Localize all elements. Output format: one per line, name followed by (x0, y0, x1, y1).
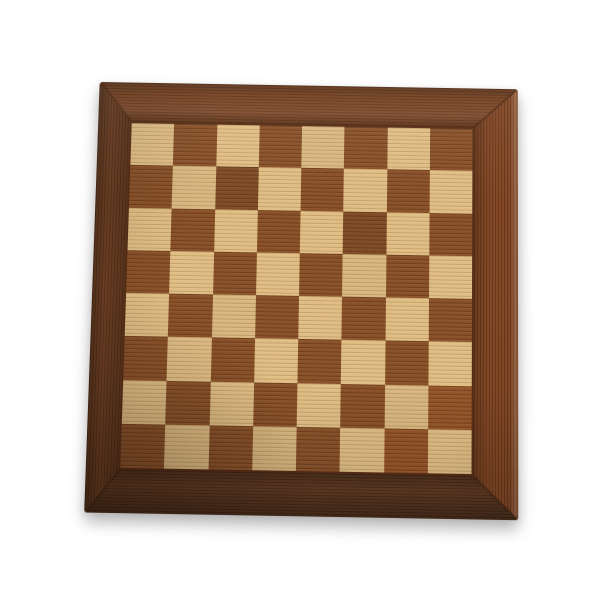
square-c8[interactable] (216, 125, 260, 168)
board-frame-bottom (84, 469, 518, 520)
square-d5[interactable] (256, 252, 300, 296)
square-h2[interactable] (428, 385, 472, 430)
square-a4[interactable] (125, 293, 170, 337)
square-a7[interactable] (129, 165, 173, 208)
square-e4[interactable] (298, 296, 342, 340)
square-f1[interactable] (340, 427, 384, 472)
square-g2[interactable] (384, 384, 428, 429)
square-c5[interactable] (213, 251, 257, 295)
square-b1[interactable] (164, 424, 209, 469)
square-f2[interactable] (340, 384, 384, 429)
square-g8[interactable] (387, 128, 430, 171)
square-a8[interactable] (130, 123, 174, 166)
square-a6[interactable] (128, 207, 172, 250)
square-e1[interactable] (296, 427, 341, 472)
square-h4[interactable] (428, 298, 472, 342)
square-f7[interactable] (343, 169, 386, 212)
square-f3[interactable] (341, 340, 385, 384)
square-h5[interactable] (429, 255, 472, 299)
square-b8[interactable] (173, 124, 217, 167)
square-c2[interactable] (209, 381, 254, 426)
square-a5[interactable] (126, 250, 170, 294)
square-c7[interactable] (215, 167, 259, 210)
square-g1[interactable] (384, 428, 428, 473)
square-c1[interactable] (208, 425, 253, 470)
board-grid (118, 121, 474, 476)
square-d6[interactable] (257, 210, 301, 253)
board-frame-right (473, 89, 518, 521)
square-a1[interactable] (120, 424, 165, 469)
square-a2[interactable] (122, 380, 167, 425)
square-h8[interactable] (430, 128, 473, 171)
square-d2[interactable] (253, 382, 298, 427)
square-f6[interactable] (343, 211, 387, 254)
square-h6[interactable] (429, 213, 472, 256)
chessboard (84, 82, 518, 520)
square-f4[interactable] (342, 297, 386, 341)
square-h1[interactable] (428, 429, 472, 474)
square-d3[interactable] (254, 338, 298, 382)
square-d1[interactable] (252, 426, 297, 471)
square-g3[interactable] (385, 341, 429, 385)
square-f8[interactable] (344, 127, 387, 170)
square-e7[interactable] (301, 168, 345, 211)
square-b3[interactable] (167, 337, 212, 381)
square-f5[interactable] (342, 254, 386, 298)
square-h7[interactable] (429, 170, 472, 213)
square-g6[interactable] (386, 212, 429, 255)
square-d4[interactable] (255, 295, 299, 339)
square-g5[interactable] (386, 254, 430, 298)
square-b2[interactable] (165, 380, 210, 425)
square-e2[interactable] (297, 383, 341, 428)
square-g4[interactable] (385, 297, 429, 341)
square-c3[interactable] (210, 338, 255, 382)
board-shadow (92, 81, 518, 513)
square-h3[interactable] (428, 341, 472, 385)
photo-background (0, 0, 600, 600)
square-d7[interactable] (258, 167, 302, 210)
square-b5[interactable] (169, 251, 213, 295)
square-a3[interactable] (123, 336, 168, 380)
square-e5[interactable] (299, 253, 343, 297)
square-b6[interactable] (171, 208, 215, 251)
square-b4[interactable] (168, 294, 212, 338)
square-g7[interactable] (386, 170, 429, 213)
square-d8[interactable] (259, 125, 303, 168)
square-e3[interactable] (297, 339, 341, 383)
square-c4[interactable] (211, 294, 255, 338)
square-c6[interactable] (214, 209, 258, 252)
square-e6[interactable] (300, 210, 344, 253)
square-e8[interactable] (301, 126, 344, 169)
square-b7[interactable] (172, 166, 216, 209)
